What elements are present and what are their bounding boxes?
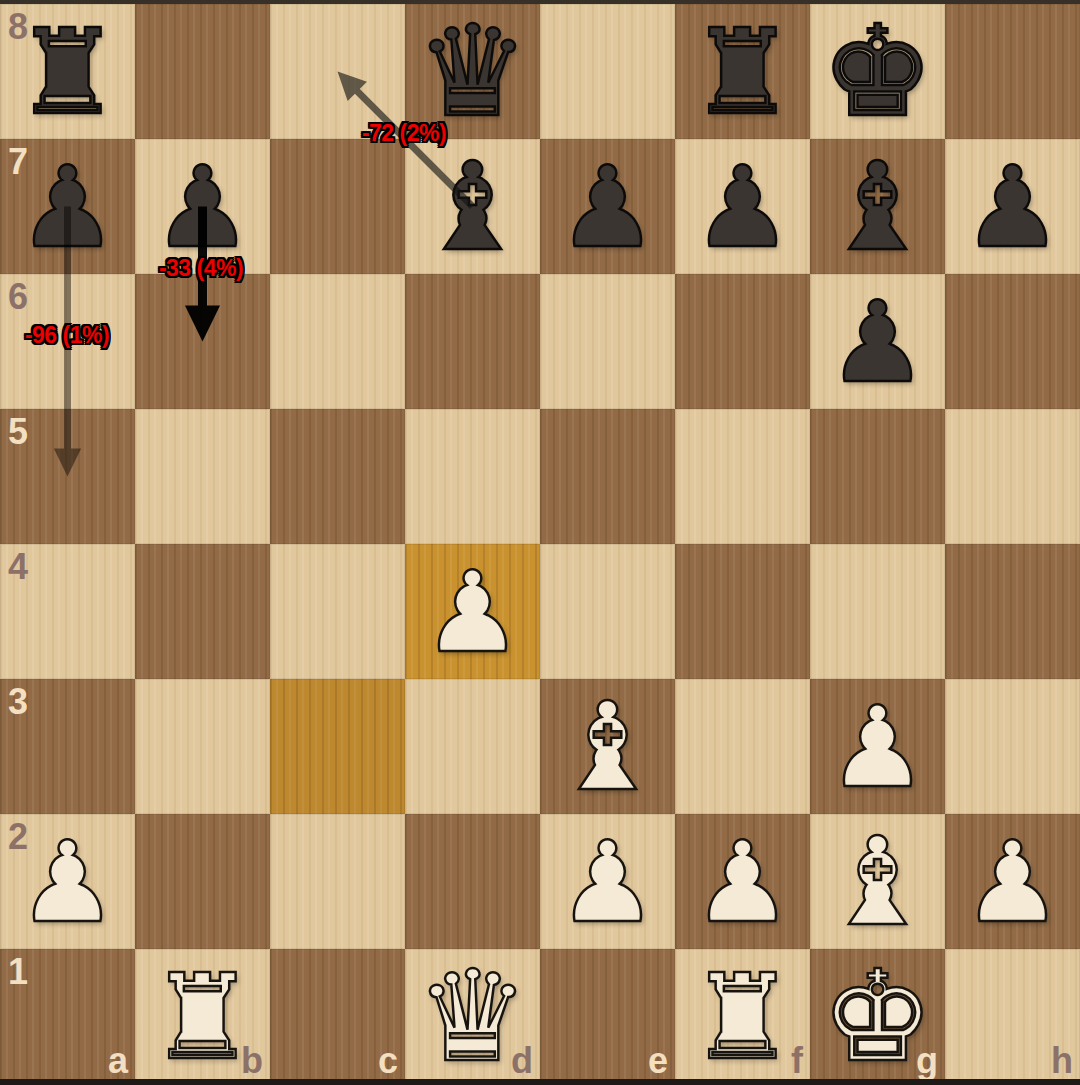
chess-analysis-screenshot: 8♜♛♜♚7♟♟♝♟♟♝♟6♟54♟3♝♟2♟♟♟♝♟1ab♜cd♛ef♜g♚h…: [0, 0, 1080, 1085]
square-h4[interactable]: [945, 544, 1080, 679]
piece-black-pawn[interactable]: ♟: [135, 139, 270, 274]
square-e3[interactable]: ♝: [540, 679, 675, 814]
piece-white-bishop[interactable]: ♝: [810, 814, 945, 949]
file-label-d: d: [511, 1043, 533, 1079]
square-f3[interactable]: [675, 679, 810, 814]
square-c6[interactable]: [270, 274, 405, 409]
square-g7[interactable]: ♝: [810, 139, 945, 274]
square-e8[interactable]: [540, 4, 675, 139]
square-f5[interactable]: [675, 409, 810, 544]
file-label-e: e: [648, 1043, 668, 1079]
square-g2[interactable]: ♝: [810, 814, 945, 949]
square-a4[interactable]: 4: [0, 544, 135, 679]
square-b1[interactable]: b♜: [135, 949, 270, 1084]
file-label-f: f: [791, 1043, 803, 1079]
rank-label-5: 5: [8, 414, 28, 450]
window-bottom-edge: [0, 1079, 1080, 1085]
square-d7[interactable]: ♝: [405, 139, 540, 274]
rank-label-2: 2: [8, 819, 28, 855]
square-g4[interactable]: [810, 544, 945, 679]
square-d3[interactable]: [405, 679, 540, 814]
square-g1[interactable]: g♚: [810, 949, 945, 1084]
square-a5[interactable]: 5: [0, 409, 135, 544]
piece-white-pawn[interactable]: ♟: [405, 544, 540, 679]
piece-black-pawn[interactable]: ♟: [945, 139, 1080, 274]
square-c7[interactable]: [270, 139, 405, 274]
square-a7[interactable]: 7♟: [0, 139, 135, 274]
piece-black-queen[interactable]: ♛: [405, 4, 540, 139]
square-h1[interactable]: h: [945, 949, 1080, 1084]
square-d6[interactable]: [405, 274, 540, 409]
square-b5[interactable]: [135, 409, 270, 544]
file-label-a: a: [108, 1043, 128, 1079]
square-h3[interactable]: [945, 679, 1080, 814]
square-b7[interactable]: ♟: [135, 139, 270, 274]
piece-white-pawn[interactable]: ♟: [945, 814, 1080, 949]
piece-white-bishop[interactable]: ♝: [540, 679, 675, 814]
square-b2[interactable]: [135, 814, 270, 949]
square-e4[interactable]: [540, 544, 675, 679]
square-a8[interactable]: 8♜: [0, 4, 135, 139]
square-e2[interactable]: ♟: [540, 814, 675, 949]
square-c3[interactable]: [270, 679, 405, 814]
square-g3[interactable]: ♟: [810, 679, 945, 814]
piece-black-bishop[interactable]: ♝: [810, 139, 945, 274]
piece-black-bishop[interactable]: ♝: [405, 139, 540, 274]
square-a6[interactable]: 6: [0, 274, 135, 409]
square-f2[interactable]: ♟: [675, 814, 810, 949]
square-f6[interactable]: [675, 274, 810, 409]
square-f1[interactable]: f♜: [675, 949, 810, 1084]
square-g8[interactable]: ♚: [810, 4, 945, 139]
square-c1[interactable]: c: [270, 949, 405, 1084]
square-c5[interactable]: [270, 409, 405, 544]
piece-white-pawn[interactable]: ♟: [810, 679, 945, 814]
square-h5[interactable]: [945, 409, 1080, 544]
square-d8[interactable]: ♛: [405, 4, 540, 139]
square-b6[interactable]: [135, 274, 270, 409]
square-d2[interactable]: [405, 814, 540, 949]
square-e7[interactable]: ♟: [540, 139, 675, 274]
file-label-b: b: [241, 1043, 263, 1079]
square-h7[interactable]: ♟: [945, 139, 1080, 274]
square-g5[interactable]: [810, 409, 945, 544]
piece-white-pawn[interactable]: ♟: [675, 814, 810, 949]
square-a1[interactable]: 1a: [0, 949, 135, 1084]
square-h8[interactable]: [945, 4, 1080, 139]
piece-white-pawn[interactable]: ♟: [540, 814, 675, 949]
square-e6[interactable]: [540, 274, 675, 409]
rank-label-4: 4: [8, 549, 28, 585]
piece-black-king[interactable]: ♚: [810, 4, 945, 139]
square-d5[interactable]: [405, 409, 540, 544]
square-a3[interactable]: 3: [0, 679, 135, 814]
square-f7[interactable]: ♟: [675, 139, 810, 274]
square-a2[interactable]: 2♟: [0, 814, 135, 949]
square-d1[interactable]: d♛: [405, 949, 540, 1084]
piece-black-pawn[interactable]: ♟: [810, 274, 945, 409]
square-c2[interactable]: [270, 814, 405, 949]
square-h6[interactable]: [945, 274, 1080, 409]
square-d4[interactable]: ♟: [405, 544, 540, 679]
square-b4[interactable]: [135, 544, 270, 679]
rank-label-8: 8: [8, 9, 28, 45]
square-f8[interactable]: ♜: [675, 4, 810, 139]
file-label-c: c: [378, 1043, 398, 1079]
window-top-edge: [0, 0, 1080, 4]
piece-black-pawn[interactable]: ♟: [675, 139, 810, 274]
square-g6[interactable]: ♟: [810, 274, 945, 409]
square-c4[interactable]: [270, 544, 405, 679]
square-e5[interactable]: [540, 409, 675, 544]
file-label-g: g: [916, 1043, 938, 1079]
rank-label-3: 3: [8, 684, 28, 720]
rank-label-6: 6: [8, 279, 28, 315]
square-f4[interactable]: [675, 544, 810, 679]
square-h2[interactable]: ♟: [945, 814, 1080, 949]
rank-label-7: 7: [8, 144, 28, 180]
file-label-h: h: [1051, 1043, 1073, 1079]
square-b3[interactable]: [135, 679, 270, 814]
chess-board: 8♜♛♜♚7♟♟♝♟♟♝♟6♟54♟3♝♟2♟♟♟♝♟1ab♜cd♛ef♜g♚h: [0, 4, 1080, 1084]
square-b8[interactable]: [135, 4, 270, 139]
piece-black-pawn[interactable]: ♟: [540, 139, 675, 274]
square-e1[interactable]: e: [540, 949, 675, 1084]
piece-black-rook[interactable]: ♜: [675, 4, 810, 139]
square-c8[interactable]: [270, 4, 405, 139]
piece-white-rook[interactable]: ♜: [675, 949, 810, 1084]
rank-label-1: 1: [8, 954, 28, 990]
